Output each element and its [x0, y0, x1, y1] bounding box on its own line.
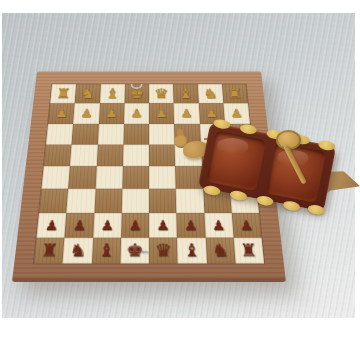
- black-pawn-piece[interactable]: ♟: [72, 214, 87, 237]
- black-pawn-piece[interactable]: ♟: [128, 214, 142, 237]
- square-c1[interactable]: ♝: [173, 84, 198, 103]
- black-pawn-piece[interactable]: ♟: [100, 214, 115, 237]
- white-pawn-piece[interactable]: ♟: [55, 104, 69, 123]
- white-rook-piece[interactable]: ♜: [226, 85, 243, 103]
- square-f6[interactable]: [94, 189, 122, 213]
- white-pawn-piece[interactable]: ♟: [105, 104, 118, 123]
- black-pawn-piece[interactable]: ♟: [211, 214, 226, 237]
- square-d7[interactable]: ♟: [149, 213, 177, 238]
- square-c6[interactable]: [176, 189, 204, 213]
- white-pawn-piece[interactable]: ♟: [155, 104, 167, 123]
- square-h2[interactable]: ♟: [48, 103, 75, 123]
- square-f8[interactable]: ♝: [91, 238, 120, 264]
- black-pawn-piece[interactable]: ♟: [239, 214, 255, 237]
- square-f4[interactable]: [96, 144, 123, 166]
- square-e6[interactable]: [122, 189, 149, 213]
- square-d2[interactable]: ♟: [149, 103, 174, 123]
- square-e1[interactable]: ♚: [124, 84, 149, 103]
- square-g8[interactable]: ♞: [63, 238, 93, 264]
- square-d5[interactable]: [149, 166, 176, 189]
- square-h4[interactable]: [44, 144, 72, 166]
- black-bishop-piece[interactable]: ♝: [183, 238, 201, 262]
- white-bishop-piece[interactable]: ♝: [178, 85, 194, 103]
- white-knight-piece[interactable]: ♞: [80, 85, 96, 103]
- square-f7[interactable]: ♟: [93, 213, 122, 238]
- square-a7[interactable]: ♟: [231, 213, 261, 238]
- square-h1[interactable]: ♜: [50, 84, 76, 103]
- black-pawn-piece[interactable]: ♟: [156, 214, 170, 237]
- black-queen-piece[interactable]: ♛: [154, 238, 172, 262]
- square-h3[interactable]: [46, 124, 73, 145]
- square-g6[interactable]: [67, 189, 96, 213]
- square-e8[interactable]: ♚: [120, 238, 149, 264]
- white-pawn-piece[interactable]: ♟: [230, 104, 244, 123]
- square-f3[interactable]: [97, 124, 123, 145]
- black-rook-piece[interactable]: ♜: [40, 238, 60, 262]
- square-e4[interactable]: [123, 144, 149, 166]
- square-c8[interactable]: ♝: [177, 238, 206, 264]
- square-b7[interactable]: ♟: [204, 213, 233, 238]
- black-knight-piece[interactable]: ♞: [211, 238, 230, 262]
- square-g5[interactable]: [68, 166, 96, 189]
- white-queen-piece[interactable]: ♛: [154, 85, 169, 103]
- square-d8[interactable]: ♛: [149, 238, 178, 264]
- square-h8[interactable]: ♜: [34, 238, 65, 264]
- black-knight-piece[interactable]: ♞: [68, 238, 87, 262]
- square-c2[interactable]: ♟: [174, 103, 200, 123]
- square-f2[interactable]: ♟: [99, 103, 125, 123]
- black-pawn-piece[interactable]: ♟: [184, 214, 199, 237]
- square-f5[interactable]: [95, 166, 122, 189]
- square-f1[interactable]: ♝: [100, 84, 125, 103]
- square-h7[interactable]: ♟: [37, 213, 67, 238]
- square-e7[interactable]: ♟: [121, 213, 149, 238]
- tray-compartment-left: [206, 131, 266, 192]
- square-a1[interactable]: ♜: [222, 84, 248, 103]
- square-e2[interactable]: ♟: [124, 103, 149, 123]
- square-b1[interactable]: ♞: [197, 84, 223, 103]
- square-g2[interactable]: ♟: [73, 103, 99, 123]
- white-pawn-piece[interactable]: ♟: [80, 104, 93, 123]
- square-h5[interactable]: [41, 166, 70, 189]
- white-pawn-piece[interactable]: ♟: [130, 104, 142, 123]
- square-d4[interactable]: [149, 144, 175, 166]
- square-d6[interactable]: [149, 189, 176, 213]
- black-rook-piece[interactable]: ♜: [239, 238, 259, 262]
- black-bishop-piece[interactable]: ♝: [97, 238, 115, 262]
- square-b8[interactable]: ♞: [205, 238, 235, 264]
- white-pawn-piece[interactable]: ♟: [180, 104, 193, 123]
- square-g7[interactable]: ♟: [65, 213, 94, 238]
- square-d3[interactable]: [149, 124, 175, 145]
- square-e5[interactable]: [122, 166, 149, 189]
- square-e3[interactable]: [123, 124, 149, 145]
- white-knight-piece[interactable]: ♞: [202, 85, 218, 103]
- square-g4[interactable]: [70, 144, 97, 166]
- photo-background: ♜♞♝♚♛♝♞♜♟♟♟♟♟♟♟♟♟♟♟♟♟♟♟♟♜♞♝♚♛♝♞♜: [2, 13, 355, 318]
- square-a8[interactable]: ♜: [233, 238, 264, 264]
- black-pawn-piece[interactable]: ♟: [44, 214, 60, 237]
- square-g1[interactable]: ♞: [75, 84, 101, 103]
- square-d1[interactable]: ♛: [149, 84, 174, 103]
- square-h6[interactable]: [39, 189, 68, 213]
- white-rook-piece[interactable]: ♜: [55, 85, 72, 103]
- white-bishop-piece[interactable]: ♝: [104, 85, 120, 103]
- square-c7[interactable]: ♟: [176, 213, 205, 238]
- square-g3[interactable]: [72, 124, 99, 145]
